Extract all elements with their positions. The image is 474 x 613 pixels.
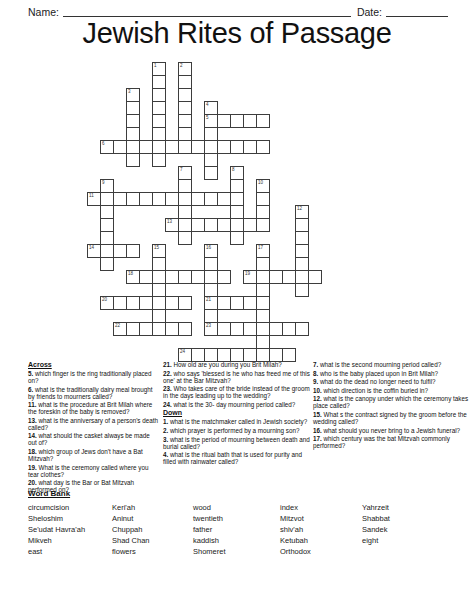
word-bank-word: Shabbat (362, 513, 390, 524)
clue-across-13: 13. what is the anniversary of a person'… (28, 417, 159, 431)
grid-cell-6-4[interactable] (139, 140, 153, 154)
grid-cell-6-7[interactable] (178, 140, 192, 154)
grid-cell-20-15[interactable] (282, 322, 296, 336)
grid-cell-10-1[interactable] (100, 192, 114, 206)
word-bank-word: Shad Chan (112, 535, 150, 546)
grid-cell-2-5[interactable] (152, 88, 166, 102)
grid-cell-4-11[interactable] (230, 114, 244, 128)
grid-cell-12-7[interactable] (178, 218, 192, 232)
grid-cell-4-10[interactable] (217, 114, 231, 128)
grid-cell-16-17[interactable] (308, 270, 322, 284)
grid-cell-18-13[interactable] (256, 296, 270, 310)
grid-cell-6-3[interactable] (126, 140, 140, 154)
grid-cell-12-11[interactable] (230, 218, 244, 232)
grid-cell-7-5[interactable] (152, 153, 166, 167)
grid-cell-10-3[interactable] (126, 192, 140, 206)
grid-cell-20-7[interactable] (178, 322, 192, 336)
grid-cell-17-13[interactable] (256, 283, 270, 297)
word-bank-column-1: circumcisionSheloshimSe'udat Havra'ahMik… (28, 502, 85, 557)
grid-cell-19-13[interactable] (256, 309, 270, 323)
grid-cell-8-7[interactable]: 7 (178, 166, 192, 180)
grid-cell-18-11[interactable] (230, 296, 244, 310)
grid-cell-22-11[interactable] (230, 348, 244, 362)
grid-cell-16-10[interactable] (217, 270, 231, 284)
grid-cell-10-8[interactable] (191, 192, 205, 206)
grid-cell-20-11[interactable] (230, 322, 244, 336)
word-bank-header: Word Bank (28, 489, 70, 498)
clue-column-middle: 21. How old are you during you Brit Mila… (163, 361, 313, 467)
grid-cell-18-5[interactable] (152, 296, 166, 310)
word-bank-column-3: woodtwentiethfatherkaddishShomeret (193, 502, 226, 557)
grid-cell-20-14[interactable] (269, 322, 283, 336)
grid-cell-16-3[interactable]: 18 (126, 270, 140, 284)
grid-cell-16-7[interactable] (178, 270, 192, 284)
grid-cell-20-5[interactable] (152, 322, 166, 336)
page-title: Jewish Rites of Passage (0, 17, 474, 50)
grid-cell-20-10[interactable] (217, 322, 231, 336)
grid-cell-20-6[interactable] (165, 322, 179, 336)
clue-across-24: 24. what is the 30- day mourning period … (163, 401, 313, 408)
grid-cell-9-1[interactable]: 9 (100, 179, 114, 193)
grid-cell-10-5[interactable] (152, 192, 166, 206)
grid-cell-14-9[interactable]: 16 (204, 244, 218, 258)
clue-down-2: 2. which prayer is performed by a mourni… (163, 427, 313, 434)
clue-column-right: 7. what is the second mourning period ca… (313, 361, 469, 451)
grid-cell-20-3[interactable] (126, 322, 140, 336)
grid-cell-12-13[interactable] (256, 218, 270, 232)
grid-cell-5-3[interactable] (126, 127, 140, 141)
grid-cell-3-5[interactable] (152, 101, 166, 115)
grid-cell-11-11[interactable] (230, 205, 244, 219)
word-bank-word: Shomeret (193, 546, 226, 557)
clue-down-10: 10. which direction is the coffin buried… (313, 387, 469, 394)
word-bank-word: twentieth (193, 513, 226, 524)
clue-number: 18 (128, 271, 133, 276)
grid-cell-18-3[interactable] (126, 296, 140, 310)
word-bank-word: flowers (112, 546, 150, 557)
grid-cell-1-7[interactable] (178, 75, 192, 89)
grid-cell-18-12[interactable] (243, 296, 257, 310)
grid-cell-17-9[interactable] (204, 283, 218, 297)
grid-cell-17-16[interactable] (295, 283, 309, 297)
clue-down-15: 15. What s the contract signed by the gr… (313, 411, 469, 425)
clue-number: 1 (154, 63, 157, 68)
word-bank-word: east (28, 546, 85, 557)
word-bank-word: Keri'ah (112, 502, 150, 513)
grid-cell-9-13[interactable]: 10 (256, 179, 270, 193)
word-bank-word: Sandek (362, 524, 390, 535)
grid-cell-20-12[interactable] (243, 322, 257, 336)
grid-cell-16-16[interactable] (295, 270, 309, 284)
clue-down-7: 7. what is the second mourning period ca… (313, 361, 469, 368)
grid-cell-22-7[interactable]: 24 (178, 348, 192, 362)
word-bank-word: father (193, 524, 226, 535)
worksheet-page: Name: Date: Jewish Rites of Passage 1234… (0, 0, 474, 613)
grid-cell-10-9[interactable] (204, 192, 218, 206)
grid-cell-5-5[interactable] (152, 127, 166, 141)
clue-across-23: 23. Who takes care of the bride instead … (163, 385, 313, 399)
grid-cell-4-9[interactable]: 5 (204, 114, 218, 128)
grid-cell-8-9[interactable] (204, 166, 218, 180)
across-header: Across (28, 361, 159, 368)
grid-cell-9-7[interactable] (178, 179, 192, 193)
word-bank-word: wood (193, 502, 226, 513)
grid-cell-14-5[interactable]: 15 (152, 244, 166, 258)
clue-down-1: 1. what is the matchmaker called in Jewi… (163, 418, 313, 425)
grid-cell-17-5[interactable] (152, 283, 166, 297)
grid-cell-16-15[interactable] (282, 270, 296, 284)
clue-number: 22 (115, 323, 120, 328)
word-bank-column-5: YahrzeitShabbatSandekeight (362, 502, 390, 546)
grid-cell-16-6[interactable] (165, 270, 179, 284)
grid-cell-18-4[interactable] (139, 296, 153, 310)
name-field[interactable] (63, 4, 351, 17)
grid-cell-21-13[interactable] (256, 335, 270, 349)
grid-cell-6-5[interactable] (152, 140, 166, 154)
grid-cell-13-1[interactable] (100, 231, 114, 245)
grid-cell-2-7[interactable] (178, 88, 192, 102)
clue-across-18: 18. which group of Jews don't have a Bat… (28, 448, 159, 462)
grid-cell-19-5[interactable] (152, 309, 166, 323)
grid-cell-6-1[interactable]: 6 (100, 140, 114, 154)
grid-cell-15-16[interactable] (295, 257, 309, 271)
clue-number: 3 (128, 89, 131, 94)
clue-column-left: Across5. which finger is the ring tradit… (28, 361, 159, 495)
word-bank-word: kaddish (193, 535, 226, 546)
clue-number: 8 (232, 167, 235, 172)
grid-cell-20-2[interactable]: 22 (113, 322, 127, 336)
grid-cell-11-13[interactable] (256, 205, 270, 219)
clue-across-21: 21. How old are you during you Brit Mila… (163, 361, 313, 368)
grid-cell-12-12[interactable] (243, 218, 257, 232)
clue-down-8: 8. who is the baby placed upon in Brit M… (313, 370, 469, 377)
grid-cell-3-7[interactable] (178, 101, 192, 115)
grid-cell-20-9[interactable]: 23 (204, 322, 218, 336)
grid-cell-5-7[interactable] (178, 127, 192, 141)
clue-across-19: 19. What is the ceremony called where yo… (28, 464, 159, 478)
grid-cell-14-13[interactable]: 17 (256, 244, 270, 258)
grid-cell-22-14[interactable] (269, 348, 283, 362)
clue-number: 20 (102, 297, 107, 302)
clue-number: 19 (245, 271, 250, 276)
clue-number: 9 (102, 180, 105, 185)
grid-cell-10-6[interactable] (165, 192, 179, 206)
grid-cell-3-9[interactable]: 4 (204, 101, 218, 115)
grid-cell-22-15[interactable] (282, 348, 296, 362)
grid-cell-8-11[interactable]: 8 (230, 166, 244, 180)
clue-number: 16 (206, 245, 211, 250)
grid-cell-18-7[interactable] (178, 296, 192, 310)
word-bank-column-2: Keri'ahAninutChuppahShad Chanflowers (112, 502, 150, 557)
grid-cell-10-0[interactable]: 11 (87, 192, 101, 206)
word-bank-word: Sheloshim (28, 513, 85, 524)
grid-cell-5-9[interactable] (204, 127, 218, 141)
clue-number: 11 (89, 193, 94, 198)
clue-number: 15 (154, 245, 159, 250)
clue-number: 7 (180, 167, 183, 172)
grid-cell-20-13[interactable] (256, 322, 270, 336)
word-bank-word: Aninut (112, 513, 150, 524)
grid-cell-18-9[interactable]: 21 (204, 296, 218, 310)
clue-down-12: 12. what is the canopy under which the c… (313, 395, 469, 409)
word-bank-word: eight (362, 535, 390, 546)
grid-cell-2-3[interactable]: 3 (126, 88, 140, 102)
grid-cell-16-13[interactable] (256, 270, 270, 284)
grid-cell-6-8[interactable] (191, 140, 205, 154)
grid-cell-13-11[interactable] (230, 231, 244, 245)
word-bank-word: index (280, 502, 311, 513)
clue-number: 10 (258, 180, 263, 185)
grid-cell-22-12[interactable] (243, 348, 257, 362)
word-bank-word: Se'udat Havra'ah (28, 524, 85, 535)
grid-cell-1-5[interactable] (152, 75, 166, 89)
grid-cell-13-7[interactable] (178, 231, 192, 245)
grid-cell-4-7[interactable] (178, 114, 192, 128)
date-field[interactable] (386, 4, 448, 17)
word-bank-word: shiv'ah (280, 524, 311, 535)
grid-cell-6-2[interactable] (113, 140, 127, 154)
word-bank-word: Mikveh (28, 535, 85, 546)
grid-cell-6-13[interactable] (256, 140, 270, 154)
grid-cell-16-9[interactable] (204, 270, 218, 284)
grid-cell-4-3[interactable] (126, 114, 140, 128)
clue-number: 13 (167, 219, 172, 224)
word-bank-word: circumcision (28, 502, 85, 513)
grid-cell-6-11[interactable] (230, 140, 244, 154)
clue-across-11: 11. what is the procedure at Brit Milah … (28, 401, 159, 415)
word-bank-word: Mitzvot (280, 513, 311, 524)
clue-number: 23 (206, 323, 211, 328)
word-bank-word: Orthodox (280, 546, 311, 557)
grid-cell-12-8[interactable] (191, 218, 205, 232)
clue-number: 12 (297, 206, 302, 211)
grid-cell-16-5[interactable] (152, 270, 166, 284)
grid-cell-13-16[interactable] (295, 231, 309, 245)
grid-cell-16-12[interactable]: 19 (243, 270, 257, 284)
grid-cell-12-9[interactable] (204, 218, 218, 232)
grid-cell-0-5[interactable]: 1 (152, 62, 166, 76)
grid-cell-18-10[interactable] (217, 296, 231, 310)
grid-cell-16-14[interactable] (269, 270, 283, 284)
grid-cell-18-6[interactable] (165, 296, 179, 310)
clue-down-4: 4. what is the ritual bath that is used … (163, 451, 313, 465)
grid-cell-15-13[interactable] (256, 257, 270, 271)
grid-cell-10-10[interactable] (217, 192, 231, 206)
grid-cell-16-4[interactable] (139, 270, 153, 284)
grid-cell-12-1[interactable] (100, 218, 114, 232)
grid-cell-12-10[interactable] (217, 218, 231, 232)
grid-cell-6-12[interactable] (243, 140, 257, 154)
grid-cell-18-1[interactable]: 20 (100, 296, 114, 310)
grid-cell-14-3[interactable] (126, 244, 140, 258)
word-bank-word: Ketubah (280, 535, 311, 546)
grid-cell-0-7[interactable]: 2 (178, 62, 192, 76)
name-date-row: Name: Date: (28, 4, 468, 18)
grid-cell-15-9[interactable] (204, 257, 218, 271)
clue-across-22: 22. who says 'blessed is he who has free… (163, 370, 313, 384)
clue-number: 2 (180, 63, 183, 68)
grid-cell-22-13[interactable] (256, 348, 270, 362)
grid-cell-19-9[interactable] (204, 309, 218, 323)
clue-down-3: 3. what is the period of mourning betwee… (163, 436, 313, 450)
clue-number: 21 (206, 297, 211, 302)
word-bank-word: Chuppah (112, 524, 150, 535)
clue-number: 5 (206, 115, 209, 120)
grid-cell-6-9[interactable] (204, 140, 218, 154)
grid-cell-14-1[interactable] (100, 244, 114, 258)
grid-cell-9-11[interactable] (230, 179, 244, 193)
grid-cell-12-6[interactable]: 13 (165, 218, 179, 232)
grid-cell-6-6[interactable] (165, 140, 179, 154)
clue-number: 6 (102, 141, 105, 146)
grid-cell-4-12[interactable] (243, 114, 257, 128)
clue-number: 4 (206, 102, 209, 107)
grid-cell-20-4[interactable] (139, 322, 153, 336)
grid-cell-14-2[interactable] (113, 244, 127, 258)
grid-cell-11-16[interactable]: 12 (295, 205, 309, 219)
clue-down-17: 17. which century was the bat Mitzvah co… (313, 435, 469, 449)
grid-cell-18-2[interactable] (113, 296, 127, 310)
clue-down-16: 16. what should you never bring to a Jew… (313, 427, 469, 434)
grid-cell-10-11[interactable] (230, 192, 244, 206)
grid-cell-15-5[interactable] (152, 257, 166, 271)
clue-number: 14 (89, 245, 94, 250)
clue-across-14: 14. what should the casket always be mad… (28, 432, 159, 446)
grid-cell-10-2[interactable] (113, 192, 127, 206)
grid-cell-4-5[interactable] (152, 114, 166, 128)
grid-cell-10-4[interactable] (139, 192, 153, 206)
grid-cell-7-9[interactable] (204, 153, 218, 167)
clue-number: 24 (180, 349, 185, 354)
word-bank-column-4: indexMitzvotshiv'ahKetubahOrthodox (280, 502, 311, 557)
grid-cell-14-16[interactable] (295, 244, 309, 258)
grid-cell-7-3[interactable] (126, 153, 140, 167)
grid-cell-11-1[interactable] (100, 205, 114, 219)
grid-cell-22-10[interactable] (217, 348, 231, 362)
grid-cell-22-8[interactable] (191, 348, 205, 362)
down-header: Down (163, 409, 313, 416)
grid-cell-4-13[interactable] (256, 114, 270, 128)
clue-down-9: 9. what do the dead no longer need to fu… (313, 378, 469, 385)
grid-cell-22-9[interactable] (204, 348, 218, 362)
word-bank-word: Yahrzeit (362, 502, 390, 513)
clue-number: 17 (258, 245, 263, 250)
grid-cell-16-8[interactable] (191, 270, 205, 284)
grid-cell-6-10[interactable] (217, 140, 231, 154)
grid-cell-10-7[interactable] (178, 192, 192, 206)
grid-cell-12-16[interactable] (295, 218, 309, 232)
grid-cell-11-7[interactable] (178, 205, 192, 219)
grid-cell-20-16[interactable] (295, 322, 309, 336)
grid-cell-14-0[interactable]: 14 (87, 244, 101, 258)
grid-cell-15-1[interactable] (100, 257, 114, 271)
clue-across-6: 6. what is the traditionally dairy meal … (28, 386, 159, 400)
clue-across-5: 5. which finger is the ring traditionall… (28, 370, 159, 384)
grid-cell-10-13[interactable] (256, 192, 270, 206)
grid-cell-3-3[interactable] (126, 101, 140, 115)
